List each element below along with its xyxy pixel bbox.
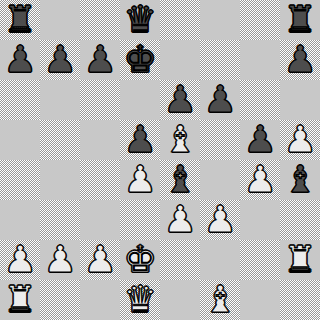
square-c8[interactable] (80, 0, 120, 40)
piece-white-pawn[interactable]: ♟ (243, 160, 276, 200)
square-d7[interactable]: ♚ (120, 40, 160, 80)
piece-white-pawn[interactable]: ♟ (283, 120, 316, 160)
square-g1[interactable] (240, 280, 280, 320)
square-f7[interactable] (200, 40, 240, 80)
square-e1[interactable] (160, 280, 200, 320)
square-b6[interactable] (40, 80, 80, 120)
piece-black-pawn[interactable]: ♟ (243, 120, 276, 160)
square-g5[interactable]: ♟ (240, 120, 280, 160)
square-d4[interactable]: ♟ (120, 160, 160, 200)
square-f2[interactable] (200, 240, 240, 280)
square-c1[interactable] (80, 280, 120, 320)
square-f6[interactable]: ♟ (200, 80, 240, 120)
square-h4[interactable]: ♝ (280, 160, 320, 200)
square-b7[interactable]: ♟ (40, 40, 80, 80)
square-f1[interactable]: ♝ (200, 280, 240, 320)
square-h1[interactable] (280, 280, 320, 320)
square-h2[interactable]: ♜ (280, 240, 320, 280)
square-a8[interactable]: ♜ (0, 0, 40, 40)
piece-white-pawn[interactable]: ♟ (203, 200, 236, 240)
square-d1[interactable]: ♛ (120, 280, 160, 320)
square-c4[interactable] (80, 160, 120, 200)
piece-white-king[interactable]: ♚ (123, 240, 156, 280)
square-f4[interactable] (200, 160, 240, 200)
piece-white-pawn[interactable]: ♟ (83, 240, 116, 280)
square-g8[interactable] (240, 0, 280, 40)
square-b4[interactable] (40, 160, 80, 200)
square-g3[interactable] (240, 200, 280, 240)
square-b5[interactable] (40, 120, 80, 160)
square-b2[interactable]: ♟ (40, 240, 80, 280)
square-e3[interactable]: ♟ (160, 200, 200, 240)
square-c2[interactable]: ♟ (80, 240, 120, 280)
square-g2[interactable] (240, 240, 280, 280)
square-a2[interactable]: ♟ (0, 240, 40, 280)
piece-black-pawn[interactable]: ♟ (123, 120, 156, 160)
piece-black-rook[interactable]: ♜ (283, 0, 316, 40)
square-a5[interactable] (0, 120, 40, 160)
square-a1[interactable]: ♜ (0, 280, 40, 320)
piece-black-pawn[interactable]: ♟ (43, 40, 76, 80)
square-a4[interactable] (0, 160, 40, 200)
square-e2[interactable] (160, 240, 200, 280)
square-e4[interactable]: ♝ (160, 160, 200, 200)
piece-white-pawn[interactable]: ♟ (3, 240, 36, 280)
square-b8[interactable] (40, 0, 80, 40)
piece-white-rook[interactable]: ♜ (3, 280, 36, 320)
piece-black-pawn[interactable]: ♟ (3, 40, 36, 80)
square-e6[interactable]: ♟ (160, 80, 200, 120)
square-f3[interactable]: ♟ (200, 200, 240, 240)
square-e5[interactable]: ♝ (160, 120, 200, 160)
square-g4[interactable]: ♟ (240, 160, 280, 200)
chess-board: ♜♛♜♟♟♟♚♟♟♟♟♝♟♟♟♝♟♝♟♟♟♟♟♚♜♜♛♝ (0, 0, 320, 320)
piece-black-pawn[interactable]: ♟ (283, 40, 316, 80)
square-d8[interactable]: ♛ (120, 0, 160, 40)
piece-white-pawn[interactable]: ♟ (43, 240, 76, 280)
square-a6[interactable] (0, 80, 40, 120)
square-a3[interactable] (0, 200, 40, 240)
piece-white-queen[interactable]: ♛ (123, 280, 156, 320)
piece-black-queen[interactable]: ♛ (123, 0, 156, 40)
piece-white-pawn[interactable]: ♟ (123, 160, 156, 200)
square-a7[interactable]: ♟ (0, 40, 40, 80)
square-c7[interactable]: ♟ (80, 40, 120, 80)
square-d6[interactable] (120, 80, 160, 120)
piece-black-king[interactable]: ♚ (123, 40, 156, 80)
square-h3[interactable] (280, 200, 320, 240)
piece-white-bishop[interactable]: ♝ (203, 280, 236, 320)
square-f8[interactable] (200, 0, 240, 40)
square-e8[interactable] (160, 0, 200, 40)
square-e7[interactable] (160, 40, 200, 80)
square-g6[interactable] (240, 80, 280, 120)
square-f5[interactable] (200, 120, 240, 160)
square-c3[interactable] (80, 200, 120, 240)
square-d3[interactable] (120, 200, 160, 240)
piece-black-bishop[interactable]: ♝ (283, 160, 316, 200)
square-h7[interactable]: ♟ (280, 40, 320, 80)
square-c6[interactable] (80, 80, 120, 120)
piece-black-pawn[interactable]: ♟ (163, 80, 196, 120)
square-h6[interactable] (280, 80, 320, 120)
piece-white-rook[interactable]: ♜ (283, 240, 316, 280)
piece-black-pawn[interactable]: ♟ (83, 40, 116, 80)
piece-black-bishop[interactable]: ♝ (163, 160, 196, 200)
piece-black-rook[interactable]: ♜ (3, 0, 36, 40)
piece-black-pawn[interactable]: ♟ (203, 80, 236, 120)
piece-white-bishop[interactable]: ♝ (163, 120, 196, 160)
square-g7[interactable] (240, 40, 280, 80)
square-b3[interactable] (40, 200, 80, 240)
square-d5[interactable]: ♟ (120, 120, 160, 160)
square-h5[interactable]: ♟ (280, 120, 320, 160)
square-b1[interactable] (40, 280, 80, 320)
square-c5[interactable] (80, 120, 120, 160)
piece-white-pawn[interactable]: ♟ (163, 200, 196, 240)
square-d2[interactable]: ♚ (120, 240, 160, 280)
square-h8[interactable]: ♜ (280, 0, 320, 40)
